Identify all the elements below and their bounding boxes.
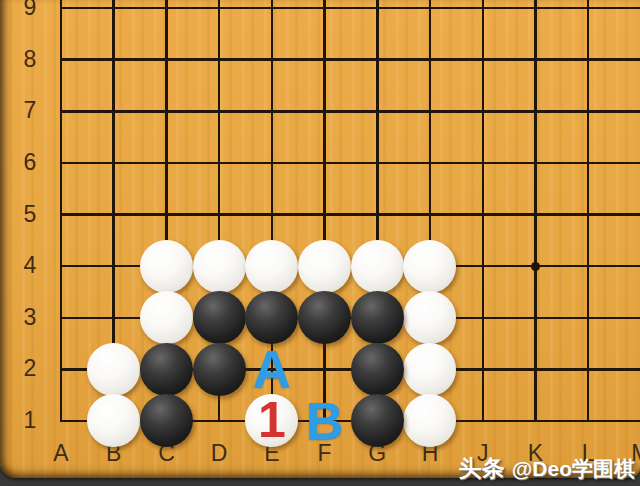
stone-white-H3 — [404, 292, 457, 344]
board-grid: 1AB — [35, 0, 640, 447]
stone-white-C3 — [140, 292, 193, 344]
white-stone: 1 — [245, 394, 298, 447]
white-stone — [245, 240, 298, 293]
stone-white-D4 — [193, 240, 246, 292]
stone-black-G2 — [351, 343, 404, 395]
watermark: 头条@Deo学围棋 — [459, 455, 635, 482]
black-stone — [351, 291, 404, 344]
stone-white-C4 — [140, 240, 193, 292]
black-stone — [193, 291, 246, 344]
white-stone — [403, 394, 456, 447]
annotation-letter: B — [306, 395, 344, 447]
white-stone — [298, 240, 351, 293]
white-stone — [87, 343, 140, 396]
white-stone — [351, 240, 404, 293]
stone-black-C1 — [140, 395, 193, 447]
stone-black-D3 — [193, 292, 246, 344]
annotation-letter: A — [253, 343, 291, 395]
black-stone — [245, 291, 298, 344]
stone-white-H4 — [404, 240, 457, 292]
stone-white-B1 — [87, 395, 140, 447]
annotation-B-F1[interactable]: B — [298, 395, 351, 447]
stone-white-H2 — [404, 343, 457, 395]
black-stone — [351, 394, 404, 447]
move-number: 1 — [258, 395, 286, 445]
stone-black-C2 — [140, 343, 193, 395]
white-stone — [403, 343, 456, 396]
annotation-A-E2[interactable]: A — [245, 343, 298, 395]
white-stone — [140, 240, 193, 293]
white-stone — [87, 394, 140, 447]
black-stone — [351, 343, 404, 396]
stone-white-H1 — [404, 395, 457, 447]
stone-black-G1 — [351, 395, 404, 447]
stone-white-F4 — [298, 240, 351, 292]
watermark-site: 头条 — [459, 455, 505, 481]
go-diagram: 987654321ABCDEFGHJKLM 1AB 头条@Deo学围棋 — [0, 0, 640, 486]
black-stone — [298, 291, 351, 344]
stone-white-E4 — [245, 240, 298, 292]
stone-white-B2 — [87, 343, 140, 395]
watermark-author: @Deo学围棋 — [512, 457, 635, 480]
white-stone — [140, 291, 193, 344]
stone-black-E3 — [245, 292, 298, 344]
black-stone — [140, 394, 193, 447]
stone-black-F3 — [298, 292, 351, 344]
white-stone — [193, 240, 246, 293]
stone-white-E1-move-1: 1 — [245, 395, 298, 447]
white-stone — [403, 240, 456, 293]
stone-white-G4 — [351, 240, 404, 292]
black-stone — [140, 343, 193, 396]
white-stone — [403, 291, 456, 344]
stone-black-G3 — [351, 292, 404, 344]
stone-black-D2 — [193, 343, 246, 395]
black-stone — [193, 343, 246, 396]
